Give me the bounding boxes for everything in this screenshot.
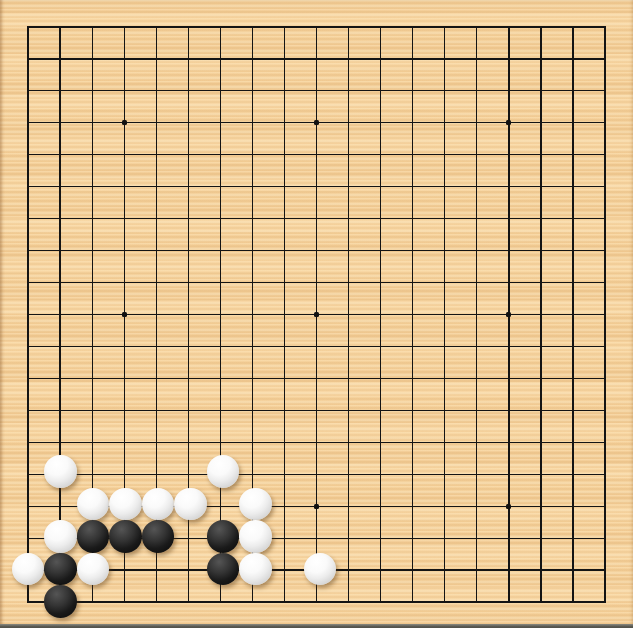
stone-white-K2[interactable] — [304, 553, 337, 586]
stone-black-G2[interactable] — [207, 553, 240, 586]
stone-white-C2[interactable] — [77, 553, 110, 586]
stone-black-D3[interactable] — [109, 520, 142, 553]
stone-white-B5[interactable] — [44, 455, 77, 488]
stone-white-C4[interactable] — [77, 488, 110, 521]
stone-white-A2[interactable] — [12, 553, 45, 586]
board-bottom-edge — [0, 624, 633, 628]
stones-grid[interactable] — [12, 11, 621, 618]
stone-white-H4[interactable] — [239, 488, 272, 521]
stone-white-G5[interactable] — [207, 455, 240, 488]
stone-black-B1[interactable] — [44, 585, 77, 618]
stone-black-E3[interactable] — [142, 520, 175, 553]
stone-black-C3[interactable] — [77, 520, 110, 553]
stone-white-F4[interactable] — [174, 488, 207, 521]
board-surface[interactable] — [0, 0, 633, 628]
stone-white-D4[interactable] — [109, 488, 142, 521]
stone-black-G3[interactable] — [207, 520, 240, 553]
stone-white-H3[interactable] — [239, 520, 272, 553]
stone-white-E4[interactable] — [142, 488, 175, 521]
go-board — [0, 0, 633, 628]
stone-white-H2[interactable] — [239, 553, 272, 586]
stone-black-B2[interactable] — [44, 553, 77, 586]
stone-white-B3[interactable] — [44, 520, 77, 553]
